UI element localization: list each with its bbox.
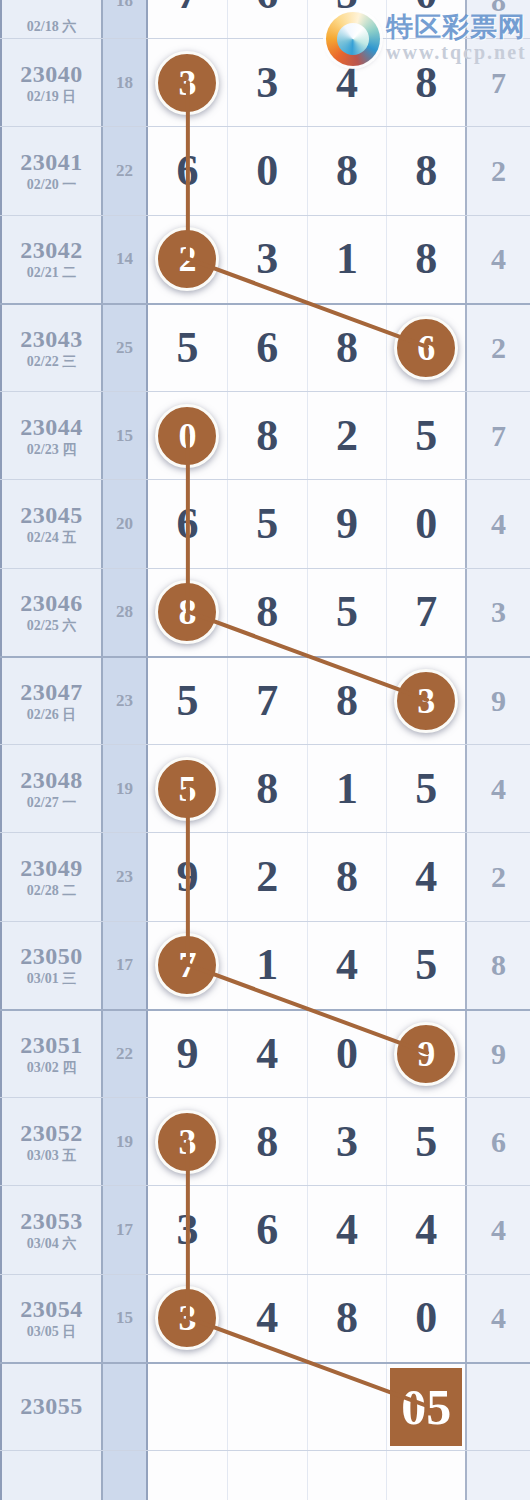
stat-value: 2 (491, 331, 506, 365)
draw-grid: 23039 02/18 六 18 7 6 5 0 8 23040 02/19 日… (0, 0, 530, 1500)
digit-value: 5 (256, 502, 278, 546)
period-number: 23047 (20, 679, 83, 705)
draw-row: 23055 05 (0, 1362, 530, 1450)
draw-row: 23054 03/05 日 15 3 4 8 0 4 (0, 1274, 530, 1362)
digit-cell-4: 4 (387, 833, 467, 920)
period-cell (0, 1451, 103, 1500)
digit-value: 4 (336, 1208, 358, 1252)
draw-row (0, 1450, 530, 1500)
sum-value: 17 (116, 955, 133, 975)
sum-cell: 23 (103, 658, 148, 744)
period-cell: 23049 02/28 二 (0, 833, 103, 920)
stat-cell: 2 (467, 305, 530, 391)
stat-value: 4 (491, 772, 506, 806)
highlighted-digit: 6 (394, 316, 458, 380)
digit-cell-4: 5 (387, 392, 467, 479)
digit-cell-1: 3 (148, 1275, 228, 1362)
draw-date: 03/01 三 (27, 970, 76, 987)
site-logo-icon (326, 12, 380, 66)
sum-value: 28 (116, 602, 133, 622)
stat-value: 2 (491, 860, 506, 894)
digit-cell-1: 9 (148, 1011, 228, 1097)
draw-date: 03/05 日 (27, 1323, 76, 1340)
stat-cell: 3 (467, 569, 530, 656)
sum-value: 20 (116, 514, 133, 534)
digit-value: 6 (256, 326, 278, 370)
digit-cell-2: 8 (228, 745, 308, 832)
digit-value: 5 (176, 326, 198, 370)
digit-cell-2: 8 (228, 569, 308, 656)
stat-cell: 4 (467, 1186, 530, 1273)
sum-value: 14 (116, 249, 133, 269)
period-number: 23042 (20, 237, 83, 263)
draw-row: 23048 02/27 一 19 5 8 1 5 4 (0, 744, 530, 832)
sum-cell: 15 (103, 392, 148, 479)
draw-date: 02/26 日 (27, 706, 76, 723)
highlighted-digit: 3 (155, 1286, 219, 1350)
stat-cell: 4 (467, 216, 530, 303)
sum-value: 18 (116, 73, 133, 93)
draw-date: 02/18 六 (27, 18, 76, 35)
digit-value: 8 (256, 1120, 278, 1164)
digit-value: 8 (256, 590, 278, 634)
stat-value: 6 (491, 1125, 506, 1159)
highlighted-digit: 0 (155, 404, 219, 468)
digit-value: 6 (176, 149, 198, 193)
digit-cell-2: 8 (228, 1098, 308, 1185)
stat-value: 4 (491, 507, 506, 541)
stat-value: 4 (491, 1301, 506, 1335)
period-cell: 23040 02/19 日 (0, 39, 103, 126)
draw-row: 23047 02/26 日 23 5 7 8 3 9 (0, 656, 530, 744)
sum-value: 23 (116, 867, 133, 887)
digit-cell-3: 5 (308, 569, 388, 656)
digit-cell-1: 5 (148, 658, 228, 744)
digit-value: 1 (336, 237, 358, 281)
stat-value: 3 (491, 595, 506, 629)
digit-cell-3: 3 (308, 1098, 388, 1185)
digit-cell-3: 4 (308, 1186, 388, 1273)
digit-value: 8 (336, 149, 358, 193)
site-url: www.tqcp.net (386, 42, 527, 62)
sum-cell: 22 (103, 1011, 148, 1097)
period-number: 23045 (20, 502, 83, 528)
highlighted-digit: 8 (155, 580, 219, 644)
draw-date: 03/02 四 (27, 1059, 76, 1076)
draw-row: 23044 02/23 四 15 0 8 2 5 7 (0, 391, 530, 479)
digit-value: 5 (415, 414, 437, 458)
sum-cell: 18 (103, 0, 148, 38)
stat-cell: 6 (467, 1098, 530, 1185)
highlighted-digit: 7 (155, 933, 219, 997)
digit-cell-4: 3 (387, 658, 467, 744)
digit-cell-1 (148, 1451, 228, 1500)
digit-cell-3: 1 (308, 216, 388, 303)
highlighted-digit: 3 (394, 669, 458, 733)
digit-cell-4: 0 (387, 1275, 467, 1362)
digit-cell-4 (387, 1451, 467, 1500)
digit-value: 8 (336, 855, 358, 899)
digit-value: 3 (256, 61, 278, 105)
highlighted-digit: 2 (155, 227, 219, 291)
digit-value: 4 (336, 943, 358, 987)
period-number: 23046 (20, 590, 83, 616)
sum-value: 17 (116, 1220, 133, 1240)
period-number: 23044 (20, 414, 83, 440)
digit-cell-2: 3 (228, 216, 308, 303)
stat-value: 9 (491, 1037, 506, 1071)
digit-value: 8 (415, 61, 437, 105)
draw-date: 02/21 二 (27, 264, 76, 281)
digit-value: 4 (256, 1296, 278, 1340)
stat-value: 2 (491, 154, 506, 188)
period-cell: 23044 02/23 四 (0, 392, 103, 479)
draw-date: 02/19 日 (27, 88, 76, 105)
highlighted-digit: 3 (155, 51, 219, 115)
sum-value: 18 (103, 0, 146, 11)
digit-cell-1: 5 (148, 305, 228, 391)
sum-value: 15 (116, 426, 133, 446)
stat-cell: 2 (467, 127, 530, 214)
digit-cell-1: 7 (148, 0, 228, 38)
period-cell: 23053 03/04 六 (0, 1186, 103, 1273)
digit-cell-1: 3 (148, 39, 228, 126)
stat-cell: 9 (467, 1011, 530, 1097)
digit-value: 8 (336, 679, 358, 723)
digit-value: 4 (336, 61, 358, 105)
period-number: 23048 (20, 767, 83, 793)
digit-cell-3: 8 (308, 658, 388, 744)
highlighted-digit: 9 (394, 1022, 458, 1086)
stat-cell: 7 (467, 392, 530, 479)
stat-value: 9 (491, 684, 506, 718)
draw-date: 02/23 四 (27, 441, 76, 458)
digit-cell-3: 8 (308, 833, 388, 920)
period-cell: 23048 02/27 一 (0, 745, 103, 832)
sum-cell: 19 (103, 745, 148, 832)
digit-value: 8 (336, 1296, 358, 1340)
draw-row: 23042 02/21 二 14 2 3 1 8 4 (0, 215, 530, 303)
period-number: 23050 (20, 943, 83, 969)
digit-cell-4: 8 (387, 127, 467, 214)
digit-cell-2: 7 (228, 658, 308, 744)
digit-value: 5 (415, 767, 437, 811)
draw-row: 23052 03/03 五 19 3 8 3 5 6 (0, 1097, 530, 1185)
digit-value: 6 (176, 502, 198, 546)
digit-cell-2: 6 (228, 305, 308, 391)
sum-value: 19 (116, 779, 133, 799)
site-name: 特区彩票网 (386, 12, 527, 42)
draw-date: 02/22 三 (27, 353, 76, 370)
draw-row: 23045 02/24 五 20 6 5 9 0 4 (0, 479, 530, 567)
sum-cell: 19 (103, 1098, 148, 1185)
digit-value: 9 (176, 855, 198, 899)
predicted-number-tile: 05 (390, 1368, 462, 1446)
digit-cell-2: 4 (228, 1011, 308, 1097)
sum-cell: 28 (103, 569, 148, 656)
highlighted-digit: 5 (155, 757, 219, 821)
digit-cell-4: 05 (387, 1364, 467, 1450)
digit-cell-4: 7 (387, 569, 467, 656)
digit-cell-2: 6 (228, 1186, 308, 1273)
period-number: 23043 (20, 326, 83, 352)
digit-cell-2 (228, 1364, 308, 1450)
sum-cell (103, 1451, 148, 1500)
sum-cell: 15 (103, 1275, 148, 1362)
digit-value: 4 (256, 1032, 278, 1076)
digit-cell-1: 3 (148, 1186, 228, 1273)
digit-cell-3 (308, 1364, 388, 1450)
digit-cell-4: 5 (387, 745, 467, 832)
digit-cell-3: 8 (308, 127, 388, 214)
digit-cell-1 (148, 1364, 228, 1450)
sum-cell: 14 (103, 216, 148, 303)
digit-value: 0 (415, 1296, 437, 1340)
period-cell: 23055 (0, 1364, 103, 1450)
digit-cell-2: 6 (228, 0, 308, 38)
sum-cell: 23 (103, 833, 148, 920)
period-cell: 23041 02/20 一 (0, 127, 103, 214)
stat-cell: 4 (467, 1275, 530, 1362)
stat-value: 8 (491, 948, 506, 982)
digit-value: 7 (415, 590, 437, 634)
digit-cell-4: 8 (387, 216, 467, 303)
digit-value: 8 (256, 414, 278, 458)
period-cell: 23039 02/18 六 (0, 0, 103, 38)
highlighted-digit: 3 (155, 1110, 219, 1174)
digit-cell-3: 4 (308, 922, 388, 1009)
digit-cell-1: 8 (148, 569, 228, 656)
digit-value: 6 (256, 1208, 278, 1252)
digit-value: 0 (256, 149, 278, 193)
stat-cell: 2 (467, 833, 530, 920)
sum-cell: 22 (103, 127, 148, 214)
digit-cell-1: 3 (148, 1098, 228, 1185)
stat-value: 7 (491, 419, 506, 453)
period-number: 23040 (20, 61, 83, 87)
digit-value: 7 (148, 0, 227, 16)
digit-value: 8 (256, 767, 278, 811)
digit-value: 9 (176, 1032, 198, 1076)
sum-cell (103, 1364, 148, 1450)
digit-cell-3: 0 (308, 1011, 388, 1097)
stat-cell: 8 (467, 922, 530, 1009)
period-number: 23055 (20, 1393, 83, 1419)
period-number: 23054 (20, 1296, 83, 1322)
stat-cell: 9 (467, 658, 530, 744)
stat-cell: 4 (467, 745, 530, 832)
sum-cell: 17 (103, 922, 148, 1009)
draw-row: 23049 02/28 二 23 9 2 8 4 2 (0, 832, 530, 920)
period-number: 23041 (20, 149, 83, 175)
period-number: 23051 (20, 1032, 83, 1058)
digit-value: 8 (415, 237, 437, 281)
sum-cell: 25 (103, 305, 148, 391)
watermark-text: 特区彩票网 www.tqcp.net (386, 12, 527, 62)
digit-cell-2: 3 (228, 39, 308, 126)
period-cell: 23046 02/25 六 (0, 569, 103, 656)
period-cell: 23045 02/24 五 (0, 480, 103, 567)
period-number: 23052 (20, 1120, 83, 1146)
digit-cell-4: 5 (387, 1098, 467, 1185)
draw-date: 02/20 一 (27, 176, 76, 193)
digit-value: 1 (336, 767, 358, 811)
draw-date: 02/24 五 (27, 529, 76, 546)
sum-value: 15 (116, 1308, 133, 1328)
trend-chart-board: 23039 02/18 六 18 7 6 5 0 8 23040 02/19 日… (0, 0, 530, 1500)
digit-cell-3: 8 (308, 1275, 388, 1362)
period-number: 23049 (20, 855, 83, 881)
digit-value: 4 (415, 1208, 437, 1252)
sum-cell: 17 (103, 1186, 148, 1273)
digit-cell-3: 8 (308, 305, 388, 391)
digit-cell-1: 9 (148, 833, 228, 920)
digit-cell-4: 0 (387, 480, 467, 567)
digit-value: 4 (415, 855, 437, 899)
digit-value: 5 (336, 590, 358, 634)
draw-date: 03/03 五 (27, 1147, 76, 1164)
watermark: 特区彩票网 www.tqcp.net (326, 12, 527, 66)
digit-value: 5 (415, 1120, 437, 1164)
digit-value: 2 (336, 414, 358, 458)
digit-value: 3 (176, 1208, 198, 1252)
digit-value: 3 (336, 1120, 358, 1164)
sum-value: 19 (116, 1132, 133, 1152)
draw-date: 03/04 六 (27, 1235, 76, 1252)
digit-cell-1: 5 (148, 745, 228, 832)
digit-value: 1 (256, 943, 278, 987)
draw-date: 02/27 一 (27, 794, 76, 811)
digit-value: 9 (336, 502, 358, 546)
digit-cell-2: 1 (228, 922, 308, 1009)
digit-cell-1: 6 (148, 127, 228, 214)
digit-value: 5 (415, 943, 437, 987)
digit-cell-4: 9 (387, 1011, 467, 1097)
digit-value: 6 (228, 0, 307, 16)
digit-cell-3 (308, 1451, 388, 1500)
sum-value: 22 (116, 1044, 133, 1064)
digit-cell-3: 2 (308, 392, 388, 479)
period-cell: 23050 03/01 三 (0, 922, 103, 1009)
stat-cell (467, 1451, 530, 1500)
draw-row: 23043 02/22 三 25 5 6 8 6 2 (0, 303, 530, 391)
draw-date: 02/25 六 (27, 617, 76, 634)
digit-cell-4: 5 (387, 922, 467, 1009)
digit-cell-2: 4 (228, 1275, 308, 1362)
period-cell: 23054 03/05 日 (0, 1275, 103, 1362)
draw-row: 23041 02/20 一 22 6 0 8 8 2 (0, 126, 530, 214)
sum-value: 22 (116, 161, 133, 181)
digit-cell-3: 9 (308, 480, 388, 567)
digit-cell-1: 0 (148, 392, 228, 479)
stat-cell (467, 1364, 530, 1450)
digit-cell-2 (228, 1451, 308, 1500)
digit-cell-1: 2 (148, 216, 228, 303)
stat-value: 4 (491, 1213, 506, 1247)
period-cell: 23043 02/22 三 (0, 305, 103, 391)
digit-cell-2: 8 (228, 392, 308, 479)
digit-cell-1: 6 (148, 480, 228, 567)
draw-row: 23051 03/02 四 22 9 4 0 9 9 (0, 1009, 530, 1097)
digit-cell-2: 2 (228, 833, 308, 920)
draw-row: 23053 03/04 六 17 3 6 4 4 4 (0, 1185, 530, 1273)
digit-value: 2 (256, 855, 278, 899)
sum-value: 25 (116, 338, 133, 358)
stat-value: 7 (491, 66, 506, 100)
period-cell: 23052 03/03 五 (0, 1098, 103, 1185)
digit-value: 0 (415, 502, 437, 546)
digit-cell-4: 6 (387, 305, 467, 391)
digit-value: 0 (336, 1032, 358, 1076)
period-cell: 23042 02/21 二 (0, 216, 103, 303)
period-cell: 23047 02/26 日 (0, 658, 103, 744)
sum-cell: 18 (103, 39, 148, 126)
digit-cell-4: 4 (387, 1186, 467, 1273)
period-number: 23053 (20, 1208, 83, 1234)
draw-row: 23046 02/25 六 28 8 8 5 7 3 (0, 568, 530, 656)
digit-cell-2: 0 (228, 127, 308, 214)
digit-value: 8 (415, 149, 437, 193)
sum-cell: 20 (103, 480, 148, 567)
stat-cell: 4 (467, 480, 530, 567)
sum-value: 23 (116, 691, 133, 711)
digit-value: 3 (256, 237, 278, 281)
digit-value: 8 (336, 326, 358, 370)
draw-date: 02/28 二 (27, 882, 76, 899)
digit-value: 5 (176, 679, 198, 723)
draw-row: 23050 03/01 三 17 7 1 4 5 8 (0, 921, 530, 1009)
digit-cell-3: 1 (308, 745, 388, 832)
stat-value: 4 (491, 242, 506, 276)
digit-value: 7 (256, 679, 278, 723)
digit-cell-1: 7 (148, 922, 228, 1009)
period-cell: 23051 03/02 四 (0, 1011, 103, 1097)
digit-cell-2: 5 (228, 480, 308, 567)
